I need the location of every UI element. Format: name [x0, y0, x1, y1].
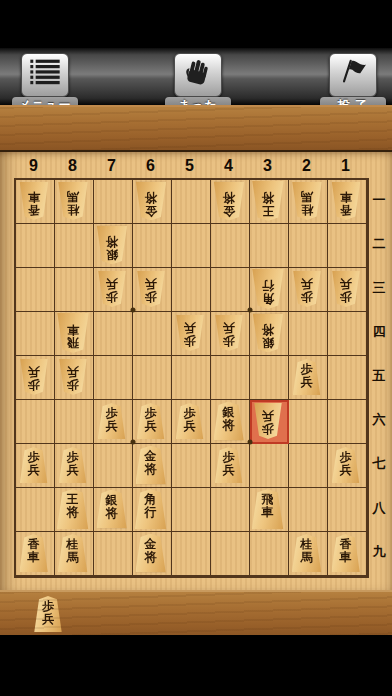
status-bar [0, 0, 392, 48]
board-cell[interactable] [172, 180, 211, 224]
board-cell[interactable] [328, 400, 367, 444]
gote-captured-tray [0, 105, 392, 154]
board-cell[interactable] [16, 312, 55, 356]
board-cell[interactable] [16, 488, 55, 532]
board-cell[interactable] [211, 532, 250, 576]
board-cell[interactable] [172, 356, 211, 400]
board-cell[interactable] [133, 312, 172, 356]
board-cell[interactable] [250, 356, 289, 400]
file-label-3: 3 [248, 154, 287, 177]
rank-label-7: 七 [366, 442, 392, 486]
rank-label-4: 四 [366, 310, 392, 354]
menu-list-icon [29, 58, 61, 92]
board-cell[interactable] [94, 356, 133, 400]
board-cell[interactable] [16, 224, 55, 268]
board-cell[interactable] [133, 224, 172, 268]
file-label-1: 1 [326, 154, 365, 177]
undo-matta-button[interactable]: まった [165, 53, 231, 113]
board-cell[interactable] [172, 532, 211, 576]
board-cell[interactable] [250, 532, 289, 576]
board-cell[interactable] [55, 224, 94, 268]
rank-label-8: 八 [366, 486, 392, 530]
star-point [248, 440, 253, 445]
board-cell[interactable] [94, 180, 133, 224]
board-cell[interactable] [172, 444, 211, 488]
file-label-6: 6 [131, 154, 170, 177]
resign-button[interactable]: 投 了 [320, 53, 386, 113]
board-cell[interactable] [289, 312, 328, 356]
board-cell[interactable] [211, 488, 250, 532]
app-screen: メニュー まった [0, 0, 392, 696]
file-label-4: 4 [209, 154, 248, 177]
board-cell[interactable] [133, 356, 172, 400]
board-cell[interactable] [55, 400, 94, 444]
rank-label-3: 三 [366, 266, 392, 310]
star-point [131, 440, 136, 445]
board-cell[interactable] [94, 532, 133, 576]
board-cell[interactable] [328, 312, 367, 356]
toolbar: メニュー まった [0, 48, 392, 105]
resign-icon-plate [329, 53, 377, 97]
board-cell[interactable] [289, 488, 328, 532]
footer-area [0, 635, 392, 696]
star-point [131, 308, 136, 313]
board-cell[interactable] [211, 268, 250, 312]
board-cell[interactable] [211, 356, 250, 400]
matta-icon-plate [174, 53, 222, 97]
board-cell[interactable] [94, 312, 133, 356]
file-label-9: 9 [14, 154, 53, 177]
sente-captured-tray: 歩兵 [0, 590, 392, 639]
rank-label-9: 九 [366, 530, 392, 574]
rank-labels: 一二三四五六七八九 [366, 178, 392, 574]
rank-label-2: 二 [366, 222, 392, 266]
file-label-2: 2 [287, 154, 326, 177]
board-cell[interactable] [16, 400, 55, 444]
file-label-7: 7 [92, 154, 131, 177]
board-cell[interactable] [94, 444, 133, 488]
file-label-5: 5 [170, 154, 209, 177]
board-cell[interactable] [250, 444, 289, 488]
rank-label-1: 一 [366, 178, 392, 222]
board-cell[interactable] [328, 356, 367, 400]
board-cell[interactable] [328, 224, 367, 268]
board-cell[interactable] [289, 400, 328, 444]
shogi-board: 987654321 一二三四五六七八九 香車桂馬金将金将王将桂馬香車銀将歩兵歩兵… [0, 152, 392, 590]
board-cell[interactable] [16, 268, 55, 312]
file-label-8: 8 [53, 154, 92, 177]
hand-icon [183, 58, 213, 92]
board-cell[interactable] [250, 224, 289, 268]
menu-button[interactable]: メニュー [12, 53, 78, 113]
board-cell[interactable] [172, 224, 211, 268]
star-point [248, 308, 253, 313]
board-cell[interactable] [289, 224, 328, 268]
rank-label-5: 五 [366, 354, 392, 398]
board-cell[interactable] [172, 268, 211, 312]
sente-hand-piece-歩兵[interactable]: 歩兵 [34, 596, 62, 632]
board-cell[interactable] [328, 488, 367, 532]
flag-icon [337, 58, 369, 92]
file-labels: 987654321 [14, 154, 365, 177]
board-cell[interactable] [55, 268, 94, 312]
board-cell[interactable] [211, 224, 250, 268]
board-cell[interactable] [172, 488, 211, 532]
menu-icon-plate [21, 53, 69, 97]
board-cell[interactable] [289, 444, 328, 488]
rank-label-6: 六 [366, 398, 392, 442]
